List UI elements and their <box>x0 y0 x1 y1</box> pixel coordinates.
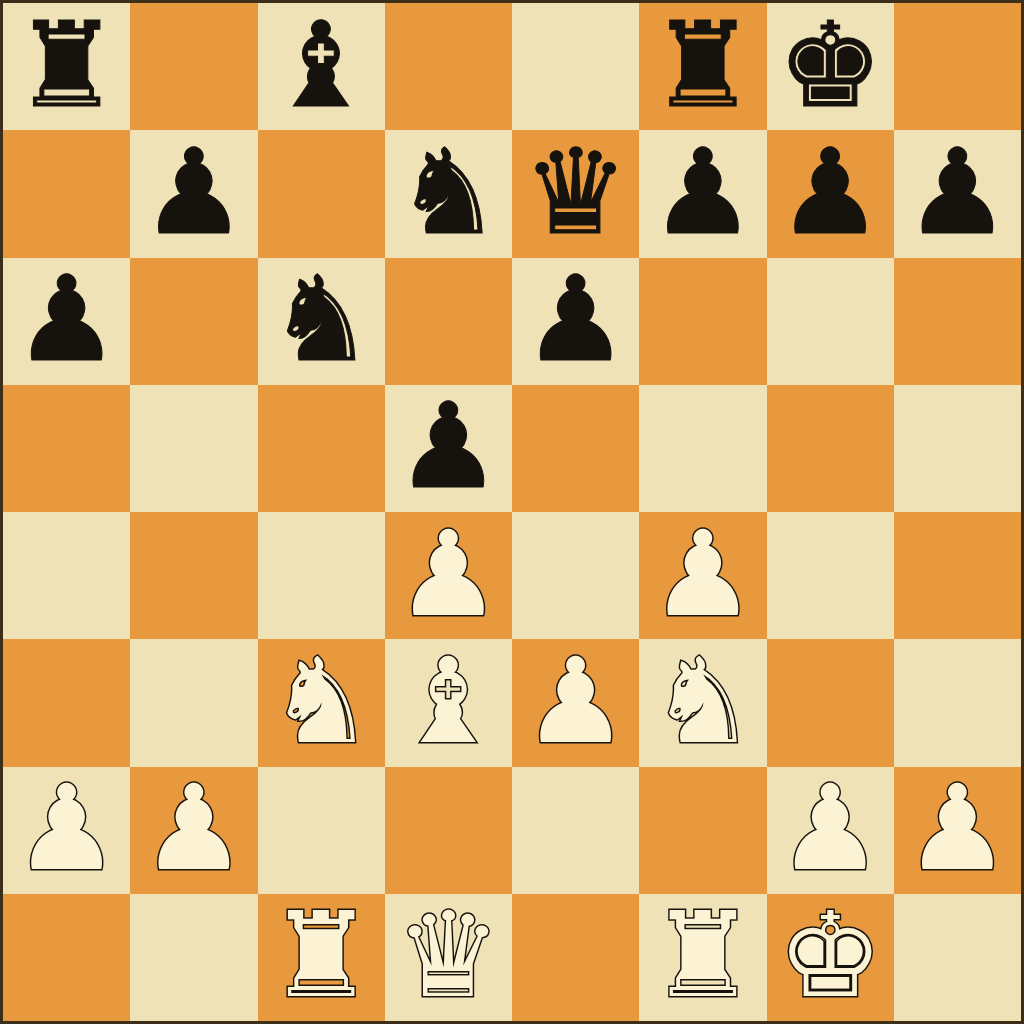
square-c8[interactable]: ♝ <box>258 3 385 130</box>
square-e4[interactable] <box>512 512 639 639</box>
white-pawn-icon: ♟ <box>395 515 501 633</box>
square-c5[interactable] <box>258 385 385 512</box>
square-a3[interactable] <box>3 639 130 766</box>
square-e2[interactable] <box>512 767 639 894</box>
square-f2[interactable] <box>639 767 766 894</box>
square-e1[interactable] <box>512 894 639 1021</box>
square-e5[interactable] <box>512 385 639 512</box>
square-c7[interactable] <box>258 130 385 257</box>
square-f1[interactable]: ♜ <box>639 894 766 1021</box>
black-pawn-icon: ♟ <box>395 387 501 505</box>
black-rook-icon: ♜ <box>650 6 756 124</box>
square-a7[interactable] <box>3 130 130 257</box>
square-c6[interactable]: ♞ <box>258 258 385 385</box>
chess-board: ♜♝♜♚♟♞♛♟♟♟♟♞♟♟♟♟♞♝♟♞♟♟♟♟♜♛♜♚ <box>0 0 1024 1024</box>
square-d8[interactable] <box>385 3 512 130</box>
square-f4[interactable]: ♟ <box>639 512 766 639</box>
white-knight-icon: ♞ <box>268 642 374 760</box>
square-f3[interactable]: ♞ <box>639 639 766 766</box>
square-d7[interactable]: ♞ <box>385 130 512 257</box>
square-e7[interactable]: ♛ <box>512 130 639 257</box>
square-c1[interactable]: ♜ <box>258 894 385 1021</box>
square-b2[interactable]: ♟ <box>130 767 257 894</box>
white-queen-icon: ♛ <box>395 896 501 1014</box>
square-g7[interactable]: ♟ <box>767 130 894 257</box>
square-d3[interactable]: ♝ <box>385 639 512 766</box>
square-g5[interactable] <box>767 385 894 512</box>
square-h3[interactable] <box>894 639 1021 766</box>
white-pawn-icon: ♟ <box>777 769 883 887</box>
square-g4[interactable] <box>767 512 894 639</box>
black-bishop-icon: ♝ <box>268 6 374 124</box>
square-h1[interactable] <box>894 894 1021 1021</box>
square-b7[interactable]: ♟ <box>130 130 257 257</box>
square-e8[interactable] <box>512 3 639 130</box>
black-queen-icon: ♛ <box>523 133 629 251</box>
white-pawn-icon: ♟ <box>904 769 1010 887</box>
white-bishop-icon: ♝ <box>395 642 501 760</box>
white-pawn-icon: ♟ <box>523 642 629 760</box>
white-pawn-icon: ♟ <box>14 769 120 887</box>
square-a5[interactable] <box>3 385 130 512</box>
square-e6[interactable]: ♟ <box>512 258 639 385</box>
black-rook-icon: ♜ <box>14 6 120 124</box>
white-rook-icon: ♜ <box>268 896 374 1014</box>
black-pawn-icon: ♟ <box>777 133 883 251</box>
square-h5[interactable] <box>894 385 1021 512</box>
square-d5[interactable]: ♟ <box>385 385 512 512</box>
square-f8[interactable]: ♜ <box>639 3 766 130</box>
white-pawn-icon: ♟ <box>141 769 247 887</box>
square-b5[interactable] <box>130 385 257 512</box>
white-knight-icon: ♞ <box>650 642 756 760</box>
square-e3[interactable]: ♟ <box>512 639 639 766</box>
white-rook-icon: ♜ <box>650 896 756 1014</box>
square-g6[interactable] <box>767 258 894 385</box>
square-c2[interactable] <box>258 767 385 894</box>
square-c3[interactable]: ♞ <box>258 639 385 766</box>
square-a2[interactable]: ♟ <box>3 767 130 894</box>
square-b4[interactable] <box>130 512 257 639</box>
square-g2[interactable]: ♟ <box>767 767 894 894</box>
square-h8[interactable] <box>894 3 1021 130</box>
square-a8[interactable]: ♜ <box>3 3 130 130</box>
black-pawn-icon: ♟ <box>904 133 1010 251</box>
square-h7[interactable]: ♟ <box>894 130 1021 257</box>
square-f5[interactable] <box>639 385 766 512</box>
square-h4[interactable] <box>894 512 1021 639</box>
square-f6[interactable] <box>639 258 766 385</box>
square-g3[interactable] <box>767 639 894 766</box>
black-pawn-icon: ♟ <box>650 133 756 251</box>
black-knight-icon: ♞ <box>268 260 374 378</box>
white-king-icon: ♚ <box>777 896 883 1014</box>
square-d1[interactable]: ♛ <box>385 894 512 1021</box>
black-king-icon: ♚ <box>777 6 883 124</box>
chess-board-wrapper: ♜♝♜♚♟♞♛♟♟♟♟♞♟♟♟♟♞♝♟♞♟♟♟♟♜♛♜♚ <box>0 0 1024 1024</box>
square-a4[interactable] <box>3 512 130 639</box>
square-d6[interactable] <box>385 258 512 385</box>
black-pawn-icon: ♟ <box>141 133 247 251</box>
square-d2[interactable] <box>385 767 512 894</box>
square-b6[interactable] <box>130 258 257 385</box>
black-pawn-icon: ♟ <box>523 260 629 378</box>
black-knight-icon: ♞ <box>395 133 501 251</box>
square-d4[interactable]: ♟ <box>385 512 512 639</box>
square-h6[interactable] <box>894 258 1021 385</box>
white-pawn-icon: ♟ <box>650 515 756 633</box>
square-b1[interactable] <box>130 894 257 1021</box>
square-b8[interactable] <box>130 3 257 130</box>
square-b3[interactable] <box>130 639 257 766</box>
square-g8[interactable]: ♚ <box>767 3 894 130</box>
square-h2[interactable]: ♟ <box>894 767 1021 894</box>
square-a1[interactable] <box>3 894 130 1021</box>
square-c4[interactable] <box>258 512 385 639</box>
square-g1[interactable]: ♚ <box>767 894 894 1021</box>
square-f7[interactable]: ♟ <box>639 130 766 257</box>
square-a6[interactable]: ♟ <box>3 258 130 385</box>
black-pawn-icon: ♟ <box>14 260 120 378</box>
